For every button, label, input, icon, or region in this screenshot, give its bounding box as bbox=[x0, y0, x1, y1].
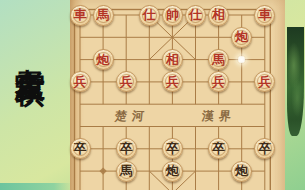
piece-black-馬[interactable]: 馬 bbox=[116, 161, 137, 182]
piece-black-炮[interactable]: 炮 bbox=[162, 161, 183, 182]
river-label-han-jie: 漢界 bbox=[190, 106, 248, 126]
piece-red-炮[interactable]: 炮 bbox=[231, 27, 252, 48]
plants-photo-strip bbox=[287, 27, 304, 136]
piece-red-炮[interactable]: 炮 bbox=[93, 49, 114, 70]
piece-red-帥[interactable]: 帥 bbox=[162, 5, 183, 26]
piece-red-仕[interactable]: 仕 bbox=[185, 5, 206, 26]
piece-black-卒[interactable]: 卒 bbox=[116, 138, 137, 159]
piece-red-兵[interactable]: 兵 bbox=[70, 71, 91, 92]
piece-red-相[interactable]: 相 bbox=[208, 5, 229, 26]
video-frame: 老雷象棋 楚河 漢界 車馬仕帥仕相車炮炮相馬兵兵兵兵兵卒卒卒卒卒馬炮炮 bbox=[0, 0, 305, 190]
piece-red-車[interactable]: 車 bbox=[254, 5, 275, 26]
piece-red-相[interactable]: 相 bbox=[162, 49, 183, 70]
piece-black-卒[interactable]: 卒 bbox=[70, 138, 91, 159]
background-teal-strip bbox=[0, 183, 72, 190]
river-label-chu-he: 楚河 bbox=[103, 106, 161, 126]
xiangqi-board[interactable]: 楚河 漢界 車馬仕帥仕相車炮炮相馬兵兵兵兵兵卒卒卒卒卒馬炮炮 bbox=[70, 0, 285, 190]
piece-red-兵[interactable]: 兵 bbox=[116, 71, 137, 92]
piece-red-仕[interactable]: 仕 bbox=[139, 5, 160, 26]
piece-red-馬[interactable]: 馬 bbox=[93, 5, 114, 26]
channel-title-text: 老雷象棋 bbox=[9, 44, 51, 190]
piece-red-車[interactable]: 車 bbox=[70, 5, 91, 26]
piece-black-炮[interactable]: 炮 bbox=[231, 161, 252, 182]
